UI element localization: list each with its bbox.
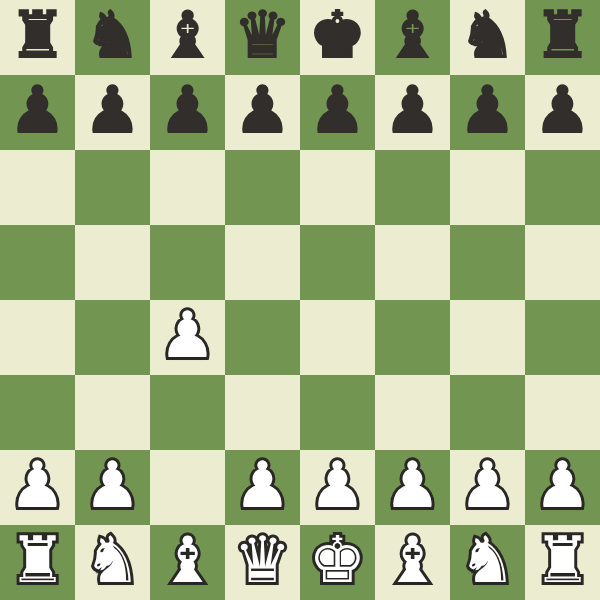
square-b8[interactable]: ♞ xyxy=(75,0,150,75)
square-h7[interactable]: ♟ xyxy=(525,75,600,150)
square-h8[interactable]: ♜ xyxy=(525,0,600,75)
square-b3[interactable] xyxy=(75,375,150,450)
white-pawn-a2[interactable]: ♟ xyxy=(9,448,66,523)
square-c5[interactable] xyxy=(150,225,225,300)
square-a6[interactable] xyxy=(0,150,75,225)
square-g1[interactable]: ♞ xyxy=(450,525,525,600)
square-e6[interactable] xyxy=(300,150,375,225)
square-h2[interactable]: ♟ xyxy=(525,450,600,525)
square-b7[interactable]: ♟ xyxy=(75,75,150,150)
white-pawn-g2[interactable]: ♟ xyxy=(459,448,516,523)
square-c2[interactable] xyxy=(150,450,225,525)
chess-board: ♜♞♝♛♚♝♞♜♟♟♟♟♟♟♟♟♟♟♟♟♟♟♟♟♜♞♝♛♚♝♞♜ xyxy=(0,0,600,600)
square-c7[interactable]: ♟ xyxy=(150,75,225,150)
white-pawn-e2[interactable]: ♟ xyxy=(309,448,366,523)
white-pawn-f2[interactable]: ♟ xyxy=(384,448,441,523)
square-f7[interactable]: ♟ xyxy=(375,75,450,150)
black-rook-a8[interactable]: ♜ xyxy=(9,0,66,73)
white-pawn-h2[interactable]: ♟ xyxy=(534,448,591,523)
square-e5[interactable] xyxy=(300,225,375,300)
white-knight-g1[interactable]: ♞ xyxy=(459,523,516,598)
black-knight-b8[interactable]: ♞ xyxy=(84,0,141,73)
square-g7[interactable]: ♟ xyxy=(450,75,525,150)
square-b5[interactable] xyxy=(75,225,150,300)
square-d5[interactable] xyxy=(225,225,300,300)
white-pawn-b2[interactable]: ♟ xyxy=(84,448,141,523)
square-c3[interactable] xyxy=(150,375,225,450)
square-e4[interactable] xyxy=(300,300,375,375)
black-knight-g8[interactable]: ♞ xyxy=(459,0,516,73)
white-rook-h1[interactable]: ♜ xyxy=(534,523,591,598)
black-bishop-f8[interactable]: ♝ xyxy=(384,0,441,73)
black-pawn-h7[interactable]: ♟ xyxy=(534,73,591,148)
square-f3[interactable] xyxy=(375,375,450,450)
square-f8[interactable]: ♝ xyxy=(375,0,450,75)
white-pawn-d2[interactable]: ♟ xyxy=(234,448,291,523)
square-e1[interactable]: ♚ xyxy=(300,525,375,600)
square-f5[interactable] xyxy=(375,225,450,300)
white-pawn-c4[interactable]: ♟ xyxy=(159,298,216,373)
square-c6[interactable] xyxy=(150,150,225,225)
square-e7[interactable]: ♟ xyxy=(300,75,375,150)
square-f1[interactable]: ♝ xyxy=(375,525,450,600)
square-d1[interactable]: ♛ xyxy=(225,525,300,600)
square-e2[interactable]: ♟ xyxy=(300,450,375,525)
square-e8[interactable]: ♚ xyxy=(300,0,375,75)
black-pawn-d7[interactable]: ♟ xyxy=(234,73,291,148)
square-a8[interactable]: ♜ xyxy=(0,0,75,75)
white-king-e1[interactable]: ♚ xyxy=(309,523,366,598)
black-pawn-a7[interactable]: ♟ xyxy=(9,73,66,148)
square-d6[interactable] xyxy=(225,150,300,225)
square-a1[interactable]: ♜ xyxy=(0,525,75,600)
square-b6[interactable] xyxy=(75,150,150,225)
square-d8[interactable]: ♛ xyxy=(225,0,300,75)
black-pawn-f7[interactable]: ♟ xyxy=(384,73,441,148)
square-g6[interactable] xyxy=(450,150,525,225)
square-b2[interactable]: ♟ xyxy=(75,450,150,525)
black-pawn-b7[interactable]: ♟ xyxy=(84,73,141,148)
square-a3[interactable] xyxy=(0,375,75,450)
white-bishop-c1[interactable]: ♝ xyxy=(159,523,216,598)
square-c4[interactable]: ♟ xyxy=(150,300,225,375)
square-a4[interactable] xyxy=(0,300,75,375)
square-b1[interactable]: ♞ xyxy=(75,525,150,600)
black-bishop-c8[interactable]: ♝ xyxy=(159,0,216,73)
black-king-e8[interactable]: ♚ xyxy=(309,0,366,73)
square-h6[interactable] xyxy=(525,150,600,225)
square-a5[interactable] xyxy=(0,225,75,300)
square-h4[interactable] xyxy=(525,300,600,375)
square-h1[interactable]: ♜ xyxy=(525,525,600,600)
square-g5[interactable] xyxy=(450,225,525,300)
black-pawn-c7[interactable]: ♟ xyxy=(159,73,216,148)
black-pawn-g7[interactable]: ♟ xyxy=(459,73,516,148)
square-a7[interactable]: ♟ xyxy=(0,75,75,150)
black-rook-h8[interactable]: ♜ xyxy=(534,0,591,73)
square-a2[interactable]: ♟ xyxy=(0,450,75,525)
square-h5[interactable] xyxy=(525,225,600,300)
square-f2[interactable]: ♟ xyxy=(375,450,450,525)
square-c1[interactable]: ♝ xyxy=(150,525,225,600)
white-queen-d1[interactable]: ♛ xyxy=(234,523,291,598)
white-bishop-f1[interactable]: ♝ xyxy=(384,523,441,598)
square-b4[interactable] xyxy=(75,300,150,375)
square-g8[interactable]: ♞ xyxy=(450,0,525,75)
square-d4[interactable] xyxy=(225,300,300,375)
black-pawn-e7[interactable]: ♟ xyxy=(309,73,366,148)
white-rook-a1[interactable]: ♜ xyxy=(9,523,66,598)
square-g4[interactable] xyxy=(450,300,525,375)
square-g3[interactable] xyxy=(450,375,525,450)
square-c8[interactable]: ♝ xyxy=(150,0,225,75)
square-e3[interactable] xyxy=(300,375,375,450)
square-d2[interactable]: ♟ xyxy=(225,450,300,525)
square-f6[interactable] xyxy=(375,150,450,225)
white-knight-b1[interactable]: ♞ xyxy=(84,523,141,598)
square-g2[interactable]: ♟ xyxy=(450,450,525,525)
square-d7[interactable]: ♟ xyxy=(225,75,300,150)
square-d3[interactable] xyxy=(225,375,300,450)
square-h3[interactable] xyxy=(525,375,600,450)
square-f4[interactable] xyxy=(375,300,450,375)
black-queen-d8[interactable]: ♛ xyxy=(234,0,291,73)
